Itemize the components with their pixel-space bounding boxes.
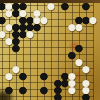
black-stone[interactable]: ● [6,86,13,93]
black-stone[interactable]: ● [55,93,62,100]
white-stone[interactable]: ● [6,72,13,79]
black-stone[interactable]: ● [41,86,48,93]
black-stone[interactable]: ● [83,93,90,100]
black-stone[interactable]: ● [13,44,20,51]
white-stone[interactable]: ● [27,30,34,37]
black-stone[interactable]: ● [76,44,83,51]
black-stone[interactable]: ● [41,72,48,79]
black-stone[interactable]: ● [83,2,90,9]
black-stone[interactable]: ● [20,86,27,93]
black-stone[interactable]: ● [20,72,27,79]
board[interactable]: ●●●●●●●●●●●●●●●●●●●●●●●●●●●●●●●●●●●●●●●●… [0,0,100,100]
black-stone[interactable]: ● [62,2,69,9]
white-stone[interactable]: ● [41,16,48,23]
white-stone[interactable]: ● [48,2,55,9]
go-board-photo: ●●●●●●●●●●●●●●●●●●●●●●●●●●●●●●●●●●●●●●●●… [0,0,100,100]
white-stone[interactable]: ● [90,16,97,23]
white-stone[interactable]: ● [76,23,83,30]
white-stone[interactable]: ● [83,65,90,72]
white-stone[interactable]: ● [69,86,76,93]
black-stone[interactable]: ● [34,23,41,30]
